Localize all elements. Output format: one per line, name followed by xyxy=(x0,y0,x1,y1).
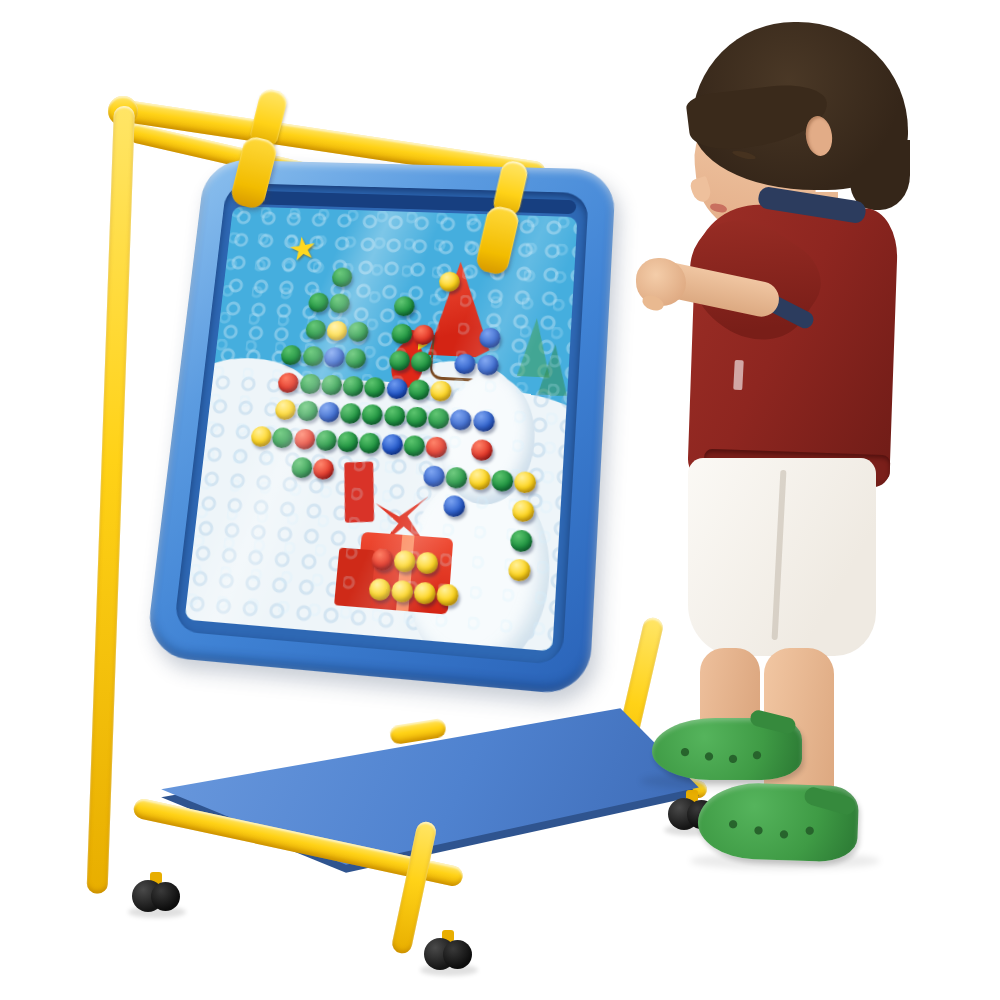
product-photo-stage: ★ xyxy=(0,0,1000,1000)
tshirt-print-mark xyxy=(733,360,744,390)
easel-left-leg xyxy=(87,106,135,894)
caster-wheel xyxy=(424,930,474,974)
glossy-film-reflection xyxy=(185,206,578,651)
child-figure xyxy=(600,0,1000,1000)
caster-wheel-disc xyxy=(151,882,180,911)
caster-wheel xyxy=(132,872,182,916)
pegboard-play-surface[interactable]: ★ xyxy=(185,206,578,651)
pegboard-panel: ★ xyxy=(145,159,616,696)
caster-wheel-disc xyxy=(443,940,472,969)
